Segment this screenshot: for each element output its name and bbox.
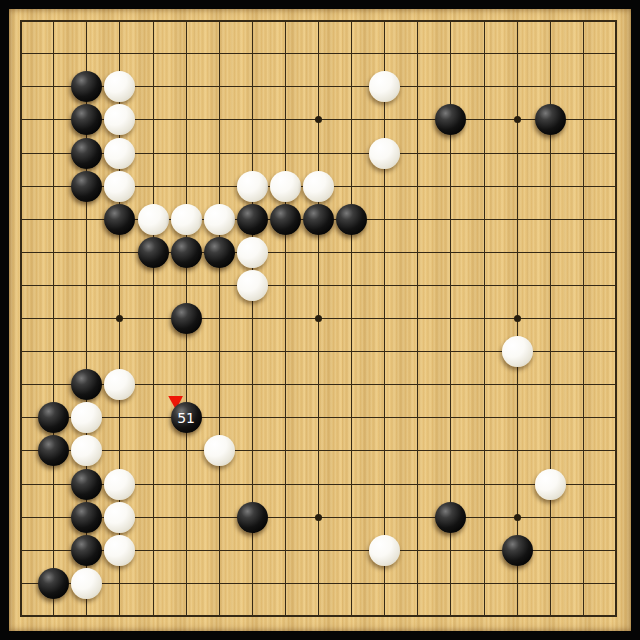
white-stone <box>204 435 235 466</box>
white-stone <box>303 171 334 202</box>
grid-line-horizontal <box>21 616 617 617</box>
white-stone <box>237 171 268 202</box>
white-stone <box>104 71 135 102</box>
black-stone <box>71 535 102 566</box>
black-stone <box>71 502 102 533</box>
black-stone <box>38 435 69 466</box>
white-stone <box>171 204 202 235</box>
grid-line-vertical <box>484 21 485 617</box>
white-stone <box>104 138 135 169</box>
move-number-label: 51 <box>177 411 195 425</box>
grid-line-vertical <box>318 21 319 617</box>
grid-line-vertical <box>351 21 352 617</box>
black-stone <box>104 204 135 235</box>
grid-line-vertical <box>583 21 584 617</box>
star-point <box>315 315 322 322</box>
black-stone <box>71 369 102 400</box>
black-stone <box>138 237 169 268</box>
grid-line-horizontal <box>21 583 617 584</box>
white-stone <box>204 204 235 235</box>
grid-line-vertical <box>417 21 418 617</box>
black-stone <box>71 104 102 135</box>
black-stone <box>237 502 268 533</box>
black-stone <box>535 104 566 135</box>
black-stone <box>237 204 268 235</box>
white-stone <box>104 369 135 400</box>
star-point <box>116 315 123 322</box>
white-stone <box>535 469 566 500</box>
star-point <box>514 116 521 123</box>
star-point <box>514 315 521 322</box>
black-stone <box>71 138 102 169</box>
white-stone <box>369 138 400 169</box>
white-stone <box>138 204 169 235</box>
grid-line-horizontal <box>21 417 617 418</box>
screenshot-stage: 51 <box>0 0 640 640</box>
white-stone <box>502 336 533 367</box>
black-stone <box>38 402 69 433</box>
white-stone <box>104 502 135 533</box>
black-stone <box>435 502 466 533</box>
black-stone <box>435 104 466 135</box>
white-stone <box>71 435 102 466</box>
black-stone <box>502 535 533 566</box>
grid-line-vertical <box>517 21 518 617</box>
star-point <box>315 514 322 521</box>
black-stone <box>38 568 69 599</box>
grid-line-horizontal <box>21 450 617 451</box>
grid-line-vertical <box>153 21 154 617</box>
star-point <box>315 116 322 123</box>
white-stone <box>104 469 135 500</box>
grid-line-vertical <box>616 21 617 617</box>
grid-line-horizontal <box>21 20 617 21</box>
black-stone <box>171 237 202 268</box>
grid-line-horizontal <box>21 252 617 253</box>
grid-line-vertical <box>285 21 286 617</box>
grid-line-vertical <box>219 21 220 617</box>
grid-line-vertical <box>384 21 385 617</box>
white-stone <box>71 568 102 599</box>
white-stone <box>369 535 400 566</box>
black-stone <box>270 204 301 235</box>
white-stone <box>270 171 301 202</box>
go-board[interactable]: 51 <box>9 9 631 631</box>
grid-line-horizontal <box>21 53 617 54</box>
white-stone <box>237 270 268 301</box>
black-stone <box>171 303 202 334</box>
white-stone <box>369 71 400 102</box>
black-stone <box>204 237 235 268</box>
black-stone <box>303 204 334 235</box>
black-stone: 51 <box>171 402 202 433</box>
grid-line-horizontal <box>21 285 617 286</box>
white-stone <box>71 402 102 433</box>
grid-line-horizontal <box>21 318 617 319</box>
black-stone <box>336 204 367 235</box>
black-stone <box>71 171 102 202</box>
white-stone <box>104 104 135 135</box>
grid-line-vertical <box>53 21 54 617</box>
white-stone <box>237 237 268 268</box>
black-stone <box>71 469 102 500</box>
white-stone <box>104 171 135 202</box>
white-stone <box>104 535 135 566</box>
black-stone <box>71 71 102 102</box>
grid-line-vertical <box>20 21 21 617</box>
star-point <box>514 514 521 521</box>
